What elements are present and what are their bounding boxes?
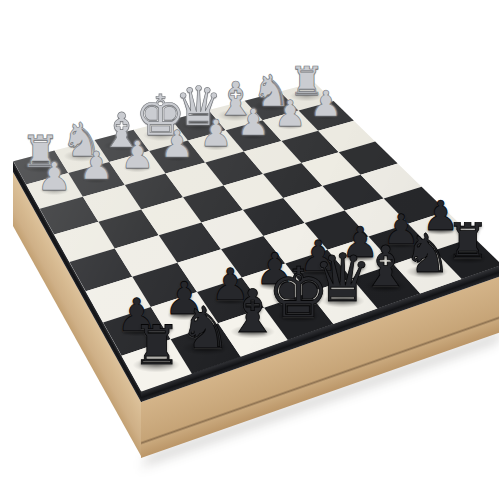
piece-shadow xyxy=(63,150,100,162)
piece-black-bishop: ♝ xyxy=(226,282,279,341)
piece-shadow xyxy=(240,131,267,140)
piece-white-knight: ♞ xyxy=(61,117,103,164)
piece-black-pawn: ♟ xyxy=(255,249,294,293)
box-side-left xyxy=(13,172,142,458)
piece-shadow xyxy=(425,226,456,236)
piece-white-king: ♚ xyxy=(135,88,186,145)
piece-shadow xyxy=(447,251,489,265)
chess-set-photo: ♜♞♝♚♛♝♞♜♟♟♟♟♟♟♟♟♟♟♟♟♟♟♟♟♜♞♝♚♛♝♞♜ xyxy=(0,0,499,500)
piece-black-knight: ♞ xyxy=(179,299,231,357)
piece-shadow xyxy=(163,152,191,161)
piece-shadow xyxy=(123,163,152,172)
piece-shadow xyxy=(385,239,416,249)
piece-black-pawn: ♟ xyxy=(341,222,379,264)
piece-shadow xyxy=(82,174,111,183)
piece-shadow xyxy=(321,294,365,308)
piece-shadow xyxy=(214,295,247,306)
piece-white-rook: ♜ xyxy=(21,130,60,174)
piece-shadow xyxy=(202,142,230,151)
piece-white-bishop: ♝ xyxy=(215,76,257,122)
piece-black-pawn: ♟ xyxy=(422,196,459,237)
piece-shadow xyxy=(259,280,292,290)
piece-white-pawn: ♟ xyxy=(237,105,270,142)
piece-black-pawn: ♟ xyxy=(211,263,251,307)
piece-black-pawn: ♟ xyxy=(299,235,337,278)
piece-black-pawn: ♟ xyxy=(164,277,204,322)
board-edge-left xyxy=(13,161,142,404)
piece-shadow xyxy=(344,252,376,262)
piece-shadow xyxy=(230,324,276,339)
piece-shadow xyxy=(406,265,449,279)
piece-white-pawn: ♟ xyxy=(199,115,232,152)
piece-shadow xyxy=(277,121,304,130)
piece-black-knight: ♞ xyxy=(403,227,451,281)
piece-black-pawn: ♟ xyxy=(382,209,419,251)
piece-shadow xyxy=(120,325,154,336)
box-side-front xyxy=(141,275,499,458)
piece-shadow xyxy=(142,129,179,141)
piece-black-rook: ♜ xyxy=(446,217,489,266)
piece-shadow xyxy=(167,310,201,321)
piece-black-pawn: ♟ xyxy=(116,293,157,339)
piece-black-bishop: ♝ xyxy=(360,238,411,295)
piece-shadow xyxy=(364,279,408,293)
piece-white-pawn: ♟ xyxy=(274,95,306,131)
piece-white-pawn: ♟ xyxy=(37,158,72,197)
piece-white-rook: ♜ xyxy=(289,63,325,103)
piece-shadow xyxy=(22,161,60,173)
piece-white-pawn: ♟ xyxy=(79,146,114,185)
piece-shadow xyxy=(133,357,180,372)
piece-shadow xyxy=(254,100,289,111)
piece-shadow xyxy=(40,186,69,195)
piece-shadow xyxy=(218,110,254,121)
piece-shadow xyxy=(289,91,324,102)
piece-white-bishop: ♝ xyxy=(100,105,143,153)
piece-white-pawn: ♟ xyxy=(120,136,154,174)
piece-black-king: ♚ xyxy=(267,257,329,327)
piece-shadow xyxy=(302,266,334,276)
piece-shadow xyxy=(313,111,340,120)
piece-white-pawn: ♟ xyxy=(310,86,342,122)
piece-shadow xyxy=(182,340,228,355)
piece-white-knight: ♞ xyxy=(252,69,291,113)
piece-shadow xyxy=(276,309,321,323)
piece-black-queen: ♛ xyxy=(313,245,372,311)
piece-shadow xyxy=(103,140,140,152)
piece-white-pawn: ♟ xyxy=(160,125,194,163)
piece-shadow xyxy=(180,119,216,131)
piece-white-queen: ♛ xyxy=(174,80,223,134)
piece-black-rook: ♜ xyxy=(132,319,181,373)
